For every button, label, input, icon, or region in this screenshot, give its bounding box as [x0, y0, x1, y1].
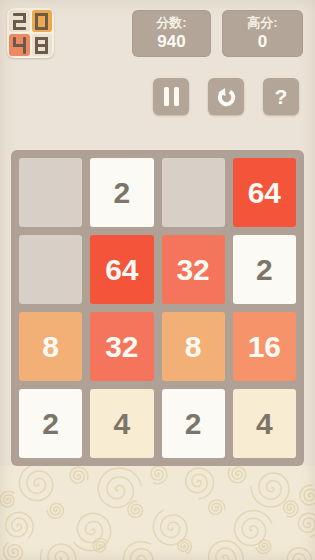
tile-2: 2 [233, 235, 296, 304]
tile-8: 8 [162, 312, 225, 381]
logo-digit [13, 13, 26, 30]
highscore-value: 0 [258, 31, 267, 52]
logo-digit [35, 37, 48, 54]
highscore-label: 高分: [247, 15, 277, 31]
score-box: 分数: 940 [132, 10, 211, 57]
highscore-box: 高分: 0 [222, 10, 303, 57]
empty-cell [19, 235, 82, 304]
tile-32: 32 [90, 312, 153, 381]
logo-digit [13, 37, 26, 54]
tile-4: 4 [233, 389, 296, 458]
logo-cell-4 [9, 34, 30, 56]
app-screen: 分数: 940 高分: 0 ? 264643228328162424 [0, 0, 315, 560]
logo-cell-2 [9, 10, 30, 32]
empty-cell [19, 158, 82, 227]
toolbar: ? [153, 78, 299, 115]
tile-64: 64 [233, 158, 296, 227]
tile-2: 2 [19, 389, 82, 458]
tile-32: 32 [162, 235, 225, 304]
scoreboard: 分数: 940 高分: 0 [132, 10, 303, 57]
logo-2048 [7, 8, 54, 58]
tile-64: 64 [90, 235, 153, 304]
pause-button[interactable] [153, 78, 189, 115]
tile-8: 8 [19, 312, 82, 381]
tile-4: 4 [90, 389, 153, 458]
logo-digit [35, 13, 48, 30]
pause-icon [164, 87, 179, 106]
help-button[interactable]: ? [263, 78, 299, 115]
logo-cell-8 [32, 34, 53, 56]
score-value: 940 [157, 31, 185, 52]
tile-2: 2 [162, 389, 225, 458]
tile-2: 2 [90, 158, 153, 227]
restart-icon [215, 85, 238, 108]
restart-button[interactable] [208, 78, 244, 115]
swirl-pattern [0, 466, 315, 560]
help-icon: ? [275, 85, 288, 109]
tile-16: 16 [233, 312, 296, 381]
score-label: 分数: [156, 15, 186, 31]
board-4x4[interactable]: 264643228328162424 [11, 150, 304, 466]
empty-cell [162, 158, 225, 227]
logo-cell-0 [32, 10, 53, 32]
